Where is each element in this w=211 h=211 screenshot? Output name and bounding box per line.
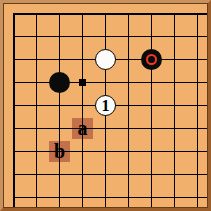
- board-intersection: a: [71, 117, 94, 140]
- board-intersection: [140, 117, 163, 140]
- board-intersection: [163, 94, 186, 117]
- board-intersection: [140, 48, 163, 71]
- board-intersection: [4, 117, 25, 140]
- board-intersection: [25, 4, 48, 25]
- board-intersection: [186, 48, 207, 71]
- board-intersection: [140, 71, 163, 94]
- board-intersection: [25, 71, 48, 94]
- board-intersection: [25, 94, 48, 117]
- square-mark-icon: [79, 79, 86, 86]
- board-intersection: [48, 25, 71, 48]
- board-intersection: [186, 186, 207, 207]
- board-intersection: [163, 71, 186, 94]
- black-stone: [49, 72, 70, 93]
- board-intersection: [94, 186, 117, 207]
- board-intersection: [25, 25, 48, 48]
- board-intersection: [140, 94, 163, 117]
- board-intersection: [4, 48, 25, 71]
- circle-mark-icon: [146, 54, 157, 65]
- board-intersection: [94, 140, 117, 163]
- board-intersection: [117, 4, 140, 25]
- board-intersection: [117, 186, 140, 207]
- board-intersection: [48, 71, 71, 94]
- board-intersection: [48, 94, 71, 117]
- board-intersection: [186, 140, 207, 163]
- board-intersection: [4, 25, 25, 48]
- board-intersection: [163, 48, 186, 71]
- board-intersection: [117, 163, 140, 186]
- board-intersection: [71, 4, 94, 25]
- board-intersection: [4, 71, 25, 94]
- marked-black-stone: [141, 49, 162, 70]
- board-intersection: [186, 4, 207, 25]
- point-label-a: a: [71, 117, 94, 140]
- board-intersection: [186, 25, 207, 48]
- board-intersection: [117, 94, 140, 117]
- board-intersection: [140, 25, 163, 48]
- board-intersection: [71, 94, 94, 117]
- board-intersection: [25, 117, 48, 140]
- board-intersection: [71, 186, 94, 207]
- go-board-grid: 1ab: [4, 4, 207, 207]
- board-intersection: [71, 140, 94, 163]
- board-intersection: [48, 4, 71, 25]
- board-intersection: [186, 94, 207, 117]
- board-intersection: [186, 163, 207, 186]
- board-intersection: [71, 25, 94, 48]
- board-intersection: [94, 4, 117, 25]
- board-intersection: [117, 140, 140, 163]
- board-intersection: [4, 140, 25, 163]
- board-intersection: [186, 117, 207, 140]
- board-intersection: [163, 4, 186, 25]
- board-intersection: [186, 71, 207, 94]
- board-intersection: [71, 48, 94, 71]
- go-diagram: 1ab: [0, 0, 211, 211]
- go-board: 1ab: [4, 4, 207, 207]
- board-intersection: [163, 25, 186, 48]
- board-intersection: [4, 186, 25, 207]
- move-number-label: 1: [102, 98, 110, 114]
- white-stone: [95, 49, 116, 70]
- board-intersection: [163, 140, 186, 163]
- board-intersection: [140, 140, 163, 163]
- white-stone-move-1: 1: [95, 95, 116, 116]
- board-intersection: 1: [94, 94, 117, 117]
- board-intersection: [71, 71, 94, 94]
- board-intersection: [94, 163, 117, 186]
- board-intersection: [94, 48, 117, 71]
- board-intersection: [48, 163, 71, 186]
- board-intersection: [25, 140, 48, 163]
- board-intersection: [48, 117, 71, 140]
- board-intersection: [140, 163, 163, 186]
- point-label-b: b: [48, 140, 71, 163]
- board-intersection: [140, 4, 163, 25]
- board-intersection: [163, 163, 186, 186]
- board-intersection: [48, 186, 71, 207]
- board-intersection: [25, 186, 48, 207]
- board-intersection: [48, 48, 71, 71]
- board-intersection: b: [48, 140, 71, 163]
- board-intersection: [4, 163, 25, 186]
- board-intersection: [4, 94, 25, 117]
- board-intersection: [117, 71, 140, 94]
- board-intersection: [25, 48, 48, 71]
- board-intersection: [71, 163, 94, 186]
- board-intersection: [94, 25, 117, 48]
- board-intersection: [25, 163, 48, 186]
- board-intersection: [163, 186, 186, 207]
- board-intersection: [140, 186, 163, 207]
- board-intersection: [117, 117, 140, 140]
- board-intersection: [117, 25, 140, 48]
- board-intersection: [94, 71, 117, 94]
- board-intersection: [94, 117, 117, 140]
- board-intersection: [117, 48, 140, 71]
- board-intersection: [163, 117, 186, 140]
- board-intersection: [4, 4, 25, 25]
